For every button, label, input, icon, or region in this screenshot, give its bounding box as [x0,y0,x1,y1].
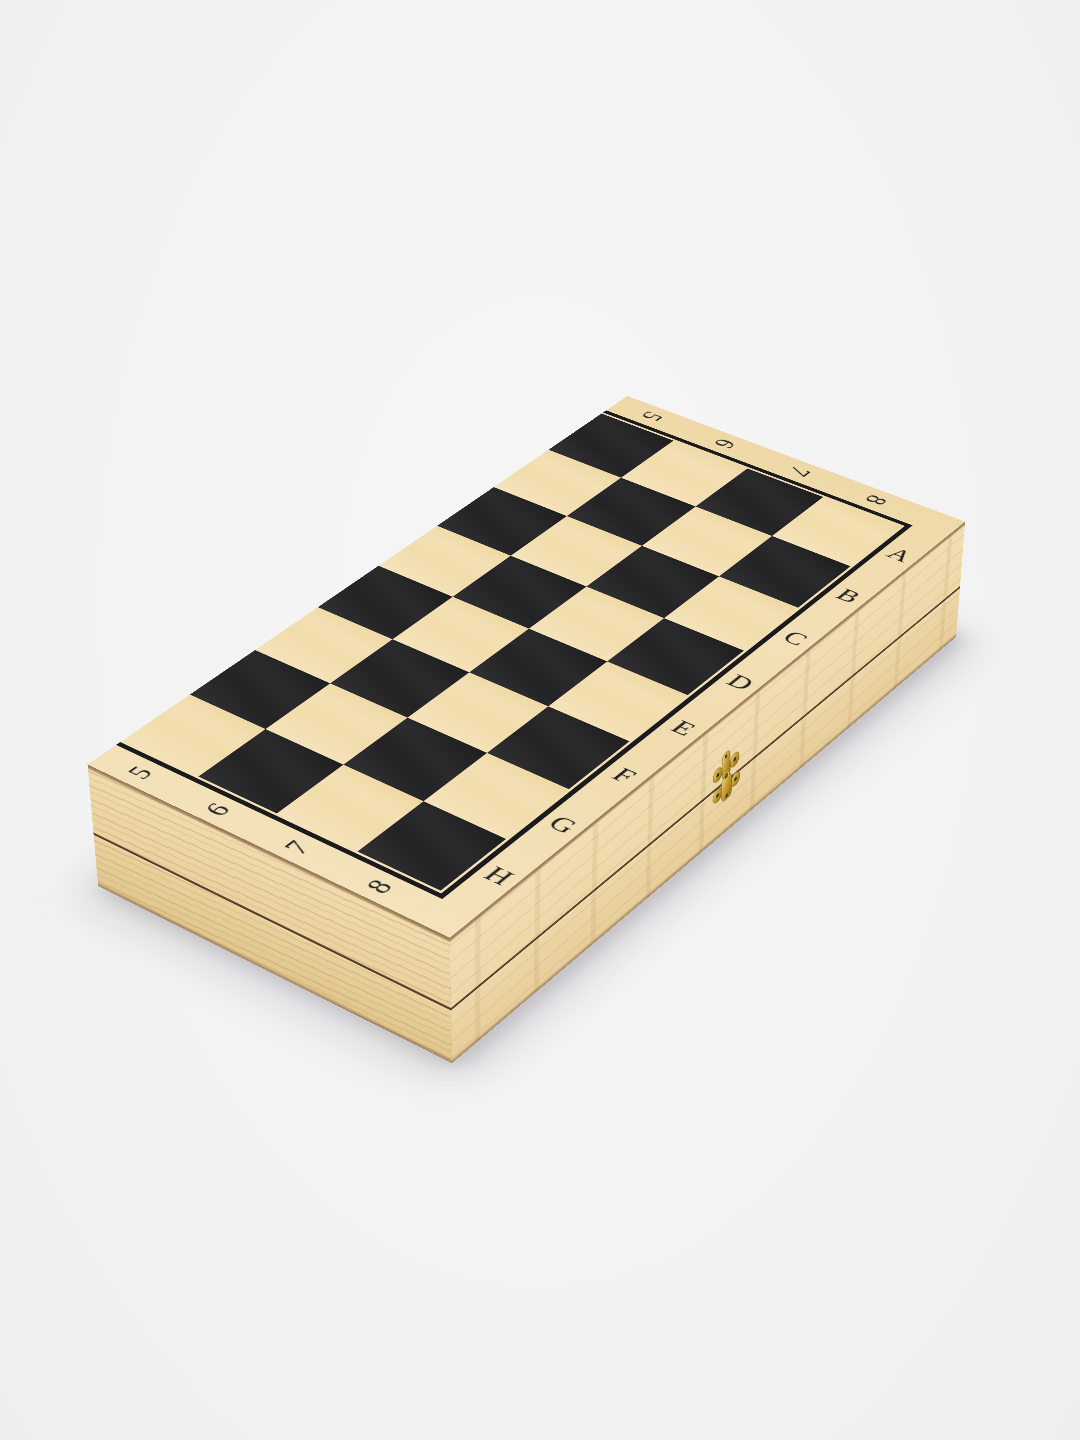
scene: 5678 5678 HGFEDCBA [0,0,1080,1440]
chess-box: 5678 5678 HGFEDCBA [98,508,956,1064]
